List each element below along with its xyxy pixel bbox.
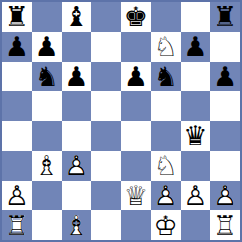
square-c7[interactable]	[62, 32, 92, 62]
square-e3[interactable]	[121, 151, 151, 181]
square-d3[interactable]	[91, 151, 121, 181]
black-pawn-icon: ♟	[181, 32, 211, 62]
square-d6[interactable]	[91, 62, 121, 92]
square-e2[interactable]: ♛♕	[121, 181, 151, 211]
square-d4[interactable]	[91, 121, 121, 151]
square-d8[interactable]	[91, 2, 121, 32]
white-pawn-icon: ♟♙	[210, 181, 240, 211]
square-d7[interactable]	[91, 32, 121, 62]
black-pawn-icon: ♟	[62, 62, 92, 92]
square-f7[interactable]: ♞♘	[151, 32, 181, 62]
square-h3[interactable]	[210, 151, 240, 181]
square-h4[interactable]	[210, 121, 240, 151]
square-a8[interactable]: ♜	[2, 2, 32, 32]
black-queen-icon: ♛	[181, 121, 211, 151]
white-rook-icon: ♜♖	[2, 210, 32, 240]
square-g2[interactable]: ♟♙	[181, 181, 211, 211]
square-b1[interactable]	[32, 210, 62, 240]
white-bishop-icon: ♝♗	[62, 210, 92, 240]
square-h8[interactable]: ♜	[210, 2, 240, 32]
square-g7[interactable]: ♟	[181, 32, 211, 62]
square-g6[interactable]	[181, 62, 211, 92]
square-e4[interactable]	[121, 121, 151, 151]
square-b3[interactable]: ♝♗	[32, 151, 62, 181]
black-bishop-icon: ♝	[62, 2, 92, 32]
square-c1[interactable]: ♝♗	[62, 210, 92, 240]
square-h1[interactable]: ♜♖	[210, 210, 240, 240]
square-h2[interactable]: ♟♙	[210, 181, 240, 211]
square-e7[interactable]	[121, 32, 151, 62]
black-pawn-icon: ♟	[121, 62, 151, 92]
square-h5[interactable]	[210, 91, 240, 121]
square-b7[interactable]: ♟	[32, 32, 62, 62]
square-c2[interactable]	[62, 181, 92, 211]
black-knight-icon: ♞	[151, 62, 181, 92]
square-f1[interactable]: ♚♔	[151, 210, 181, 240]
square-f3[interactable]: ♞♘	[151, 151, 181, 181]
square-b5[interactable]	[32, 91, 62, 121]
square-f5[interactable]	[151, 91, 181, 121]
black-pawn-icon: ♟	[210, 62, 240, 92]
square-h6[interactable]: ♟	[210, 62, 240, 92]
black-pawn-icon: ♟	[32, 32, 62, 62]
square-c6[interactable]: ♟	[62, 62, 92, 92]
square-f8[interactable]	[151, 2, 181, 32]
square-g4[interactable]: ♛	[181, 121, 211, 151]
white-rook-icon: ♜♖	[210, 210, 240, 240]
square-d2[interactable]	[91, 181, 121, 211]
white-pawn-icon: ♟♙	[62, 151, 92, 181]
square-g1[interactable]	[181, 210, 211, 240]
black-rook-icon: ♜	[210, 2, 240, 32]
square-a3[interactable]	[2, 151, 32, 181]
square-c5[interactable]	[62, 91, 92, 121]
square-f4[interactable]	[151, 121, 181, 151]
square-d5[interactable]	[91, 91, 121, 121]
square-a4[interactable]	[2, 121, 32, 151]
chess-board: ♜♝♚♜♟♟♞♘♟♞♟♟♞♟♛♝♗♟♙♞♘♟♙♛♕♟♙♟♙♟♙♜♖♝♗♚♔♜♖	[0, 0, 242, 242]
square-c3[interactable]: ♟♙	[62, 151, 92, 181]
black-rook-icon: ♜	[2, 2, 32, 32]
square-g5[interactable]	[181, 91, 211, 121]
black-pawn-icon: ♟	[2, 32, 32, 62]
white-knight-icon: ♞♘	[151, 151, 181, 181]
square-e1[interactable]	[121, 210, 151, 240]
square-a1[interactable]: ♜♖	[2, 210, 32, 240]
square-b2[interactable]	[32, 181, 62, 211]
white-king-icon: ♚♔	[151, 210, 181, 240]
square-b4[interactable]	[32, 121, 62, 151]
square-g3[interactable]	[181, 151, 211, 181]
square-h7[interactable]	[210, 32, 240, 62]
square-b6[interactable]: ♞	[32, 62, 62, 92]
square-a2[interactable]: ♟♙	[2, 181, 32, 211]
white-pawn-icon: ♟♙	[151, 181, 181, 211]
square-a6[interactable]	[2, 62, 32, 92]
square-g8[interactable]	[181, 2, 211, 32]
white-queen-icon: ♛♕	[121, 181, 151, 211]
square-c4[interactable]	[62, 121, 92, 151]
square-f2[interactable]: ♟♙	[151, 181, 181, 211]
square-e8[interactable]: ♚	[121, 2, 151, 32]
square-a7[interactable]: ♟	[2, 32, 32, 62]
square-a5[interactable]	[2, 91, 32, 121]
white-bishop-icon: ♝♗	[32, 151, 62, 181]
square-b8[interactable]	[32, 2, 62, 32]
white-pawn-icon: ♟♙	[2, 181, 32, 211]
black-knight-icon: ♞	[32, 62, 62, 92]
white-pawn-icon: ♟♙	[181, 181, 211, 211]
black-king-icon: ♚	[121, 2, 151, 32]
square-c8[interactable]: ♝	[62, 2, 92, 32]
square-e6[interactable]: ♟	[121, 62, 151, 92]
square-f6[interactable]: ♞	[151, 62, 181, 92]
white-knight-icon: ♞♘	[151, 32, 181, 62]
square-e5[interactable]	[121, 91, 151, 121]
square-d1[interactable]	[91, 210, 121, 240]
